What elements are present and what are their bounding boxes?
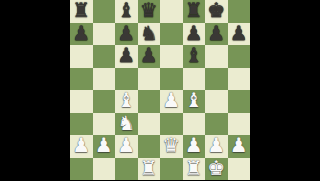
square-f3[interactable] bbox=[183, 113, 206, 136]
square-h7[interactable]: ♟ bbox=[228, 23, 251, 46]
black-rook-icon[interactable]: ♜ bbox=[185, 0, 203, 20]
square-a3[interactable] bbox=[70, 113, 93, 136]
square-a8[interactable]: ♜ bbox=[70, 0, 93, 23]
square-e4[interactable]: ♟ bbox=[160, 90, 183, 113]
app-window: ♜♝♛♜♚♟♟♞♟♟♟♟♟♝♝♟♝♞♟♟♟♛♟♟♟♜♜♚ bbox=[0, 0, 320, 180]
square-b2[interactable]: ♟ bbox=[93, 135, 116, 158]
square-c2[interactable]: ♟ bbox=[115, 135, 138, 158]
square-a7[interactable]: ♟ bbox=[70, 23, 93, 46]
square-d5[interactable] bbox=[138, 68, 161, 91]
square-g4[interactable] bbox=[205, 90, 228, 113]
square-e2[interactable]: ♛ bbox=[160, 135, 183, 158]
square-e3[interactable] bbox=[160, 113, 183, 136]
square-d3[interactable] bbox=[138, 113, 161, 136]
black-king-icon[interactable]: ♚ bbox=[207, 0, 225, 20]
black-bishop-icon[interactable]: ♝ bbox=[117, 0, 135, 20]
black-pawn-icon[interactable]: ♟ bbox=[117, 45, 135, 65]
black-knight-icon[interactable]: ♞ bbox=[140, 23, 158, 43]
square-h5[interactable] bbox=[228, 68, 251, 91]
square-g5[interactable] bbox=[205, 68, 228, 91]
black-queen-icon[interactable]: ♛ bbox=[140, 0, 158, 20]
white-knight-icon[interactable]: ♞ bbox=[117, 113, 135, 133]
square-b5[interactable] bbox=[93, 68, 116, 91]
square-e6[interactable] bbox=[160, 45, 183, 68]
white-pawn-icon[interactable]: ♟ bbox=[95, 135, 113, 155]
white-pawn-icon[interactable]: ♟ bbox=[185, 135, 203, 155]
square-c6[interactable]: ♟ bbox=[115, 45, 138, 68]
square-a4[interactable] bbox=[70, 90, 93, 113]
white-rook-icon[interactable]: ♜ bbox=[185, 158, 203, 178]
square-f5[interactable] bbox=[183, 68, 206, 91]
white-rook-icon[interactable]: ♜ bbox=[140, 158, 158, 178]
square-e7[interactable] bbox=[160, 23, 183, 46]
black-pawn-icon[interactable]: ♟ bbox=[72, 23, 90, 43]
square-d2[interactable] bbox=[138, 135, 161, 158]
square-d7[interactable]: ♞ bbox=[138, 23, 161, 46]
square-d8[interactable]: ♛ bbox=[138, 0, 161, 23]
square-g8[interactable]: ♚ bbox=[205, 0, 228, 23]
white-pawn-icon[interactable]: ♟ bbox=[230, 135, 248, 155]
square-e5[interactable] bbox=[160, 68, 183, 91]
square-f2[interactable]: ♟ bbox=[183, 135, 206, 158]
square-f8[interactable]: ♜ bbox=[183, 0, 206, 23]
square-b8[interactable] bbox=[93, 0, 116, 23]
square-d6[interactable]: ♟ bbox=[138, 45, 161, 68]
black-rook-icon[interactable]: ♜ bbox=[72, 0, 90, 20]
square-a1[interactable] bbox=[70, 158, 93, 181]
square-c8[interactable]: ♝ bbox=[115, 0, 138, 23]
square-b6[interactable] bbox=[93, 45, 116, 68]
square-h8[interactable] bbox=[228, 0, 251, 23]
white-bishop-icon[interactable]: ♝ bbox=[117, 90, 135, 110]
white-pawn-icon[interactable]: ♟ bbox=[117, 135, 135, 155]
square-g3[interactable] bbox=[205, 113, 228, 136]
white-king-icon[interactable]: ♚ bbox=[207, 158, 225, 178]
square-b7[interactable] bbox=[93, 23, 116, 46]
square-f4[interactable]: ♝ bbox=[183, 90, 206, 113]
square-g2[interactable]: ♟ bbox=[205, 135, 228, 158]
white-pawn-icon[interactable]: ♟ bbox=[162, 90, 180, 110]
black-pawn-icon[interactable]: ♟ bbox=[140, 45, 158, 65]
white-bishop-icon[interactable]: ♝ bbox=[185, 90, 203, 110]
black-bishop-icon[interactable]: ♝ bbox=[185, 45, 203, 65]
square-d1[interactable]: ♜ bbox=[138, 158, 161, 181]
chess-board[interactable]: ♜♝♛♜♚♟♟♞♟♟♟♟♟♝♝♟♝♞♟♟♟♛♟♟♟♜♜♚ bbox=[70, 0, 250, 180]
black-pawn-icon[interactable]: ♟ bbox=[207, 23, 225, 43]
square-b4[interactable] bbox=[93, 90, 116, 113]
square-c4[interactable]: ♝ bbox=[115, 90, 138, 113]
white-pawn-icon[interactable]: ♟ bbox=[72, 135, 90, 155]
square-f1[interactable]: ♜ bbox=[183, 158, 206, 181]
square-a5[interactable] bbox=[70, 68, 93, 91]
square-h3[interactable] bbox=[228, 113, 251, 136]
square-f6[interactable]: ♝ bbox=[183, 45, 206, 68]
square-e1[interactable] bbox=[160, 158, 183, 181]
black-pawn-icon[interactable]: ♟ bbox=[185, 23, 203, 43]
square-h6[interactable] bbox=[228, 45, 251, 68]
square-f7[interactable]: ♟ bbox=[183, 23, 206, 46]
square-a6[interactable] bbox=[70, 45, 93, 68]
square-e8[interactable] bbox=[160, 0, 183, 23]
square-h4[interactable] bbox=[228, 90, 251, 113]
square-b3[interactable] bbox=[93, 113, 116, 136]
square-c1[interactable] bbox=[115, 158, 138, 181]
white-queen-icon[interactable]: ♛ bbox=[162, 135, 180, 155]
square-d4[interactable] bbox=[138, 90, 161, 113]
square-c3[interactable]: ♞ bbox=[115, 113, 138, 136]
black-pawn-icon[interactable]: ♟ bbox=[117, 23, 135, 43]
white-pawn-icon[interactable]: ♟ bbox=[207, 135, 225, 155]
square-a2[interactable]: ♟ bbox=[70, 135, 93, 158]
square-c5[interactable] bbox=[115, 68, 138, 91]
black-pawn-icon[interactable]: ♟ bbox=[230, 23, 248, 43]
letterbox-right bbox=[250, 0, 320, 180]
square-h2[interactable]: ♟ bbox=[228, 135, 251, 158]
letterbox-left bbox=[0, 0, 70, 180]
square-h1[interactable] bbox=[228, 158, 251, 181]
square-c7[interactable]: ♟ bbox=[115, 23, 138, 46]
square-b1[interactable] bbox=[93, 158, 116, 181]
square-g6[interactable] bbox=[205, 45, 228, 68]
square-g1[interactable]: ♚ bbox=[205, 158, 228, 181]
square-g7[interactable]: ♟ bbox=[205, 23, 228, 46]
